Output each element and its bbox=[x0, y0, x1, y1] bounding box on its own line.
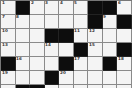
white-cell-r6c5 bbox=[74, 85, 89, 88]
white-cell-r3c4[interactable] bbox=[59, 43, 74, 57]
black-cell-r1c8 bbox=[117, 15, 132, 29]
white-cell-r3c3[interactable]: 14 bbox=[45, 43, 60, 57]
white-cell-r5c1[interactable] bbox=[16, 71, 31, 85]
clue-number: 13 bbox=[2, 43, 8, 47]
white-cell-r2c7[interactable] bbox=[103, 29, 118, 43]
white-cell-r4c6[interactable] bbox=[88, 57, 103, 71]
black-cell-r3c8 bbox=[117, 43, 132, 57]
black-cell-r0c7 bbox=[103, 1, 118, 15]
clue-number: 6 bbox=[118, 1, 121, 5]
black-cell-r4c0 bbox=[1, 57, 16, 71]
white-cell-r6c6 bbox=[88, 85, 103, 88]
clue-number: 18 bbox=[118, 57, 124, 61]
white-cell-r1c5[interactable] bbox=[74, 15, 89, 29]
white-cell-r4c5[interactable]: 17 bbox=[74, 57, 89, 71]
white-cell-r2c0[interactable]: 10 bbox=[1, 29, 16, 43]
clue-number: 15 bbox=[89, 43, 95, 47]
white-cell-r5c5[interactable] bbox=[74, 71, 89, 85]
clue-number: 17 bbox=[74, 57, 80, 61]
black-cell-r4c7 bbox=[103, 57, 118, 71]
white-cell-r5c8[interactable] bbox=[117, 71, 132, 85]
crossword-screenshot: 1234567891011121314151617181920 bbox=[0, 0, 132, 88]
clue-number: 20 bbox=[60, 71, 66, 75]
clue-number: 11 bbox=[74, 29, 80, 33]
clue-number: 10 bbox=[2, 29, 8, 33]
clue-number: 4 bbox=[60, 1, 63, 5]
white-cell-r6c4 bbox=[59, 85, 74, 88]
white-cell-r4c1[interactable]: 16 bbox=[16, 57, 31, 71]
clue-number: 9 bbox=[103, 15, 106, 19]
white-cell-r3c2[interactable] bbox=[30, 43, 45, 57]
black-cell-r1c6 bbox=[88, 15, 103, 29]
white-cell-r4c8[interactable]: 18 bbox=[117, 57, 132, 71]
white-cell-r2c5[interactable]: 11 bbox=[74, 29, 89, 43]
white-cell-r1c0[interactable]: 7 bbox=[1, 15, 16, 29]
black-cell-r6c1 bbox=[16, 85, 31, 88]
crossword-grid: 1234567891011121314151617181920 bbox=[0, 0, 132, 88]
black-cell-r3c5 bbox=[74, 43, 89, 57]
clue-number: 3 bbox=[45, 1, 48, 5]
white-cell-r0c8[interactable]: 6 bbox=[117, 1, 132, 15]
white-cell-r6c8 bbox=[117, 85, 132, 88]
black-cell-r2c3 bbox=[45, 29, 60, 43]
white-cell-r5c4[interactable]: 20 bbox=[59, 71, 74, 85]
white-cell-r4c2[interactable] bbox=[30, 57, 45, 71]
white-cell-r0c0[interactable]: 1 bbox=[1, 1, 16, 15]
white-cell-r1c3[interactable] bbox=[45, 15, 60, 29]
clue-number: 2 bbox=[31, 1, 34, 5]
white-cell-r3c0[interactable]: 13 bbox=[1, 43, 16, 57]
white-cell-r0c5[interactable]: 5 bbox=[74, 1, 89, 15]
white-cell-r2c1[interactable] bbox=[16, 29, 31, 43]
white-cell-r3c6[interactable]: 15 bbox=[88, 43, 103, 57]
white-cell-r0c4[interactable]: 4 bbox=[59, 1, 74, 15]
white-cell-r0c2[interactable]: 2 bbox=[30, 1, 45, 15]
white-cell-r5c7[interactable] bbox=[103, 71, 118, 85]
white-cell-r6c3 bbox=[45, 85, 60, 88]
white-cell-r2c2[interactable] bbox=[30, 29, 45, 43]
black-cell-r5c3 bbox=[45, 71, 60, 85]
clue-number: 1 bbox=[2, 1, 5, 5]
white-cell-r2c8[interactable] bbox=[117, 29, 132, 43]
clue-number: 5 bbox=[74, 1, 77, 5]
white-cell-r2c6[interactable]: 12 bbox=[88, 29, 103, 43]
white-cell-r3c1[interactable] bbox=[16, 43, 31, 57]
white-cell-r1c2[interactable] bbox=[30, 15, 45, 29]
black-cell-r6c2 bbox=[30, 85, 45, 88]
black-cell-r0c6 bbox=[88, 1, 103, 15]
white-cell-r1c1[interactable]: 8 bbox=[16, 15, 31, 29]
white-cell-r5c2[interactable] bbox=[30, 71, 45, 85]
white-cell-r4c3[interactable] bbox=[45, 57, 60, 71]
white-cell-r0c3[interactable]: 3 bbox=[45, 1, 60, 15]
clue-number: 12 bbox=[89, 29, 95, 33]
black-cell-r2c4 bbox=[59, 29, 74, 43]
black-cell-r4c4 bbox=[59, 57, 74, 71]
clue-number: 19 bbox=[2, 71, 8, 75]
white-cell-r6c7 bbox=[103, 85, 118, 88]
clue-number: 7 bbox=[2, 15, 5, 19]
white-cell-r6c0 bbox=[1, 85, 16, 88]
white-cell-r5c0[interactable]: 19 bbox=[1, 71, 16, 85]
clue-number: 16 bbox=[16, 57, 22, 61]
black-cell-r0c1 bbox=[16, 1, 31, 15]
white-cell-r3c7[interactable] bbox=[103, 43, 118, 57]
clue-number: 14 bbox=[45, 43, 51, 47]
white-cell-r5c6[interactable] bbox=[88, 71, 103, 85]
white-cell-r1c4[interactable] bbox=[59, 15, 74, 29]
clue-number: 8 bbox=[16, 15, 19, 19]
white-cell-r1c7[interactable]: 9 bbox=[103, 15, 118, 29]
